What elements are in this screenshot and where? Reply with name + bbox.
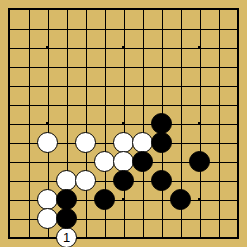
black-stone <box>113 170 134 191</box>
black-stone <box>56 189 77 210</box>
white-stone <box>37 189 58 210</box>
black-stone <box>151 132 172 153</box>
star-point <box>46 46 49 49</box>
go-board[interactable]: 1 <box>0 0 247 247</box>
star-point <box>122 46 125 49</box>
white-stone <box>132 132 153 153</box>
white-stone <box>75 170 96 191</box>
white-stone <box>113 151 134 172</box>
white-stone <box>56 170 77 191</box>
star-point <box>198 198 201 201</box>
grid-line-vertical <box>219 10 220 237</box>
black-stone <box>132 151 153 172</box>
move-number-label: 1 <box>63 231 70 244</box>
star-point <box>122 122 125 125</box>
black-stone <box>94 189 115 210</box>
grid-line-vertical <box>143 10 144 237</box>
white-stone <box>94 151 115 172</box>
black-stone <box>56 208 77 229</box>
black-stone <box>170 189 191 210</box>
star-point <box>198 122 201 125</box>
black-stone <box>151 170 172 191</box>
star-point <box>122 198 125 201</box>
go-board-diagram: 1 <box>0 0 247 247</box>
move-label-stone: 1 <box>56 227 77 247</box>
white-stone <box>37 132 58 153</box>
star-point <box>46 122 49 125</box>
white-stone <box>75 132 96 153</box>
star-point <box>198 46 201 49</box>
white-stone <box>37 208 58 229</box>
black-stone <box>151 113 172 134</box>
white-stone <box>113 132 134 153</box>
black-stone <box>189 151 210 172</box>
